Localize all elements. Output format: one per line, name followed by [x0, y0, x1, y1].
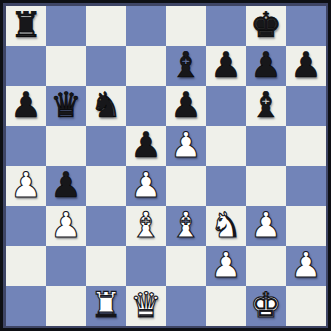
square-g4[interactable] [246, 166, 286, 206]
square-d7[interactable] [126, 46, 166, 86]
piece-white-pawn[interactable]: ♟ [210, 246, 241, 285]
square-d8[interactable] [126, 6, 166, 46]
square-f3[interactable]: ♞ [206, 206, 246, 246]
chess-board: ♜♚♝♟♟♟♟♛♞♟♝♟♟♟♟♟♟♝♝♞♟♟♟♜♛♚ [6, 6, 326, 326]
square-a7[interactable] [6, 46, 46, 86]
piece-black-pawn[interactable]: ♟ [170, 86, 201, 125]
square-f8[interactable] [206, 6, 246, 46]
square-b3[interactable]: ♟ [46, 206, 86, 246]
square-g7[interactable]: ♟ [246, 46, 286, 86]
piece-black-rook[interactable]: ♜ [10, 6, 41, 45]
square-e3[interactable]: ♝ [166, 206, 206, 246]
piece-black-bishop[interactable]: ♝ [170, 46, 201, 85]
square-h5[interactable] [286, 126, 326, 166]
square-e2[interactable] [166, 246, 206, 286]
square-b5[interactable] [46, 126, 86, 166]
square-c8[interactable] [86, 6, 126, 46]
square-e7[interactable]: ♝ [166, 46, 206, 86]
square-a2[interactable] [6, 246, 46, 286]
square-h3[interactable] [286, 206, 326, 246]
piece-black-pawn[interactable]: ♟ [290, 46, 321, 85]
square-c4[interactable] [86, 166, 126, 206]
piece-white-pawn[interactable]: ♟ [10, 166, 41, 205]
square-d6[interactable] [126, 86, 166, 126]
square-c2[interactable] [86, 246, 126, 286]
square-g1[interactable]: ♚ [246, 286, 286, 326]
square-a3[interactable] [6, 206, 46, 246]
square-e1[interactable] [166, 286, 206, 326]
square-d2[interactable] [126, 246, 166, 286]
square-h8[interactable] [286, 6, 326, 46]
piece-black-king[interactable]: ♚ [250, 6, 281, 45]
piece-black-pawn[interactable]: ♟ [50, 166, 81, 205]
square-c3[interactable] [86, 206, 126, 246]
piece-white-pawn[interactable]: ♟ [290, 246, 321, 285]
square-h6[interactable] [286, 86, 326, 126]
piece-black-bishop[interactable]: ♝ [250, 86, 281, 125]
piece-black-queen[interactable]: ♛ [50, 86, 81, 125]
piece-white-bishop[interactable]: ♝ [170, 206, 201, 245]
piece-white-pawn[interactable]: ♟ [170, 126, 201, 165]
piece-white-queen[interactable]: ♛ [130, 286, 161, 325]
piece-black-pawn[interactable]: ♟ [130, 126, 161, 165]
square-b1[interactable] [46, 286, 86, 326]
piece-black-pawn[interactable]: ♟ [250, 46, 281, 85]
square-h1[interactable] [286, 286, 326, 326]
piece-white-pawn[interactable]: ♟ [50, 206, 81, 245]
square-e5[interactable]: ♟ [166, 126, 206, 166]
square-a6[interactable]: ♟ [6, 86, 46, 126]
square-a5[interactable] [6, 126, 46, 166]
piece-black-knight[interactable]: ♞ [90, 86, 121, 125]
piece-white-pawn[interactable]: ♟ [130, 166, 161, 205]
square-a1[interactable] [6, 286, 46, 326]
square-f4[interactable] [206, 166, 246, 206]
square-g3[interactable]: ♟ [246, 206, 286, 246]
piece-white-bishop[interactable]: ♝ [130, 206, 161, 245]
square-e6[interactable]: ♟ [166, 86, 206, 126]
square-f6[interactable] [206, 86, 246, 126]
square-b2[interactable] [46, 246, 86, 286]
square-c5[interactable] [86, 126, 126, 166]
square-b6[interactable]: ♛ [46, 86, 86, 126]
square-h4[interactable] [286, 166, 326, 206]
square-a8[interactable]: ♜ [6, 6, 46, 46]
piece-white-king[interactable]: ♚ [250, 286, 281, 325]
square-a4[interactable]: ♟ [6, 166, 46, 206]
square-b8[interactable] [46, 6, 86, 46]
square-d1[interactable]: ♛ [126, 286, 166, 326]
square-b7[interactable] [46, 46, 86, 86]
square-f1[interactable] [206, 286, 246, 326]
square-d5[interactable]: ♟ [126, 126, 166, 166]
square-f7[interactable]: ♟ [206, 46, 246, 86]
square-e8[interactable] [166, 6, 206, 46]
piece-white-rook[interactable]: ♜ [90, 286, 121, 325]
piece-white-pawn[interactable]: ♟ [250, 206, 281, 245]
square-d3[interactable]: ♝ [126, 206, 166, 246]
square-b4[interactable]: ♟ [46, 166, 86, 206]
square-e4[interactable] [166, 166, 206, 206]
square-h2[interactable]: ♟ [286, 246, 326, 286]
square-g8[interactable]: ♚ [246, 6, 286, 46]
square-f2[interactable]: ♟ [206, 246, 246, 286]
square-g6[interactable]: ♝ [246, 86, 286, 126]
piece-black-pawn[interactable]: ♟ [210, 46, 241, 85]
square-g2[interactable] [246, 246, 286, 286]
board-frame: ♜♚♝♟♟♟♟♛♞♟♝♟♟♟♟♟♟♝♝♞♟♟♟♜♛♚ [0, 0, 331, 331]
piece-white-knight[interactable]: ♞ [210, 206, 241, 245]
square-g5[interactable] [246, 126, 286, 166]
square-f5[interactable] [206, 126, 246, 166]
square-c6[interactable]: ♞ [86, 86, 126, 126]
square-c7[interactable] [86, 46, 126, 86]
square-c1[interactable]: ♜ [86, 286, 126, 326]
square-h7[interactable]: ♟ [286, 46, 326, 86]
square-d4[interactable]: ♟ [126, 166, 166, 206]
piece-black-pawn[interactable]: ♟ [10, 86, 41, 125]
